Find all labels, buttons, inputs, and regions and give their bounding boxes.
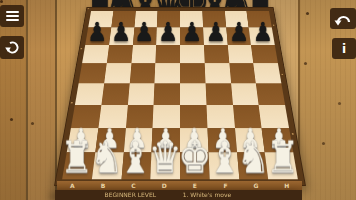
square-b4[interactable] — [101, 83, 129, 104]
file-label-g: G — [241, 181, 272, 190]
file-label-f: F — [210, 181, 241, 190]
rotate-button[interactable] — [0, 36, 24, 59]
square-c6[interactable] — [131, 45, 156, 64]
piece-white-bishop[interactable]: ♝ — [119, 136, 152, 180]
piece-white-queen[interactable]: ♛ — [149, 136, 182, 180]
square-h1[interactable]: ♜ — [265, 153, 298, 180]
square-e4[interactable] — [180, 83, 206, 104]
square-h5[interactable] — [253, 63, 281, 83]
level-label: BEGINNER LEVEL — [105, 190, 157, 200]
square-b5[interactable] — [104, 63, 131, 83]
piece-black-pawn[interactable]: ♟ — [87, 18, 107, 44]
square-d1[interactable]: ♛ — [151, 153, 180, 180]
square-b7[interactable]: ♟ — [109, 27, 134, 44]
square-a4[interactable] — [75, 83, 104, 104]
wood-knots — [0, 0, 3, 3]
file-labels: ABCDEFGH — [57, 181, 302, 190]
status-bar: BEGINNER LEVEL 1. White's move — [55, 190, 302, 200]
board-grid: ♜♞♝♛♚♝♞♜♟♟♟♟♟♟♟♟♟♟♟♟♟♟♟♟♜♞♝♛♚♝♞♜ — [62, 11, 298, 179]
undo-button[interactable] — [330, 8, 356, 29]
square-f7[interactable]: ♟ — [203, 27, 227, 44]
piece-black-pawn[interactable]: ♟ — [206, 18, 226, 44]
file-label-e: E — [180, 181, 211, 190]
menu-icon — [6, 15, 19, 17]
piece-black-pawn[interactable]: ♟ — [111, 18, 131, 44]
square-g4[interactable] — [231, 83, 259, 104]
menu-button[interactable] — [0, 5, 24, 27]
file-label-b: B — [88, 181, 119, 190]
piece-black-pawn[interactable]: ♟ — [182, 18, 202, 44]
info-icon: i — [342, 42, 346, 56]
square-c7[interactable]: ♟ — [133, 27, 157, 44]
board-frame: ♜♞♝♛♚♝♞♜♟♟♟♟♟♟♟♟♟♟♟♟♟♟♟♟♜♞♝♛♚♝♞♜ — [54, 7, 306, 186]
info-button[interactable]: i — [332, 38, 356, 59]
square-e6[interactable] — [180, 45, 204, 64]
piece-black-pawn[interactable]: ♟ — [158, 18, 178, 44]
turn-indicator: 1. White's move — [183, 190, 232, 200]
square-g5[interactable] — [229, 63, 256, 83]
square-g7[interactable]: ♟ — [226, 27, 251, 44]
square-d7[interactable]: ♟ — [156, 27, 180, 44]
square-d5[interactable] — [155, 63, 180, 83]
file-label-h: H — [271, 181, 302, 190]
square-g1[interactable]: ♞ — [237, 153, 269, 180]
square-e1[interactable]: ♚ — [180, 153, 209, 180]
piece-black-pawn[interactable]: ♟ — [229, 18, 249, 44]
square-e7[interactable]: ♟ — [180, 27, 204, 44]
square-h7[interactable]: ♟ — [249, 27, 275, 44]
square-b6[interactable] — [107, 45, 133, 64]
square-e5[interactable] — [180, 63, 205, 83]
square-g6[interactable] — [227, 45, 253, 64]
square-d6[interactable] — [156, 45, 180, 64]
piece-black-pawn[interactable]: ♟ — [253, 18, 273, 44]
file-label-d: D — [149, 181, 180, 190]
file-label-c: C — [118, 181, 149, 190]
square-h4[interactable] — [256, 83, 285, 104]
piece-white-rook[interactable]: ♜ — [267, 136, 300, 180]
piece-white-king[interactable]: ♚ — [178, 136, 211, 180]
chess-app: ♜♞♝♛♚♝♞♜♟♟♟♟♟♟♟♟♟♟♟♟♟♟♟♟♜♞♝♛♚♝♞♜ ABCDEFG… — [0, 0, 356, 200]
square-a7[interactable]: ♟ — [85, 27, 111, 44]
square-c1[interactable]: ♝ — [121, 153, 152, 180]
board-scene: ♜♞♝♛♚♝♞♜♟♟♟♟♟♟♟♟♟♟♟♟♟♟♟♟♜♞♝♛♚♝♞♜ — [54, 0, 306, 186]
piece-white-rook[interactable]: ♜ — [60, 136, 93, 180]
square-d4[interactable] — [154, 83, 180, 104]
square-c4[interactable] — [127, 83, 154, 104]
square-c5[interactable] — [129, 63, 155, 83]
square-a5[interactable] — [79, 63, 107, 83]
file-label-a: A — [57, 181, 88, 190]
square-f1[interactable]: ♝ — [208, 153, 239, 180]
square-f4[interactable] — [205, 83, 232, 104]
square-a6[interactable] — [82, 45, 109, 64]
piece-white-knight[interactable]: ♞ — [237, 136, 270, 180]
square-h6[interactable] — [251, 45, 278, 64]
rotate-icon — [5, 40, 20, 55]
undo-icon — [334, 12, 352, 26]
square-f5[interactable] — [204, 63, 230, 83]
piece-black-pawn[interactable]: ♟ — [134, 18, 154, 44]
square-f6[interactable] — [204, 45, 229, 64]
